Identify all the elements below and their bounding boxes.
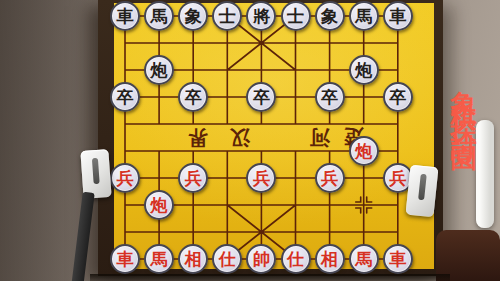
piece-red-車[interactable]: 車 (383, 244, 413, 274)
piece-black-炮[interactable]: 炮 (349, 55, 379, 85)
board-bottom-shadow (90, 274, 450, 281)
xiangqi-board[interactable]: 汉界 楚河 車馬象士將士象馬車炮炮卒卒卒卒卒炮兵兵兵兵兵炮車馬相仕帥仕相馬車 (114, 3, 434, 269)
piece-red-相[interactable]: 相 (178, 244, 208, 274)
piece-red-炮[interactable]: 炮 (144, 190, 174, 220)
piece-black-卒[interactable]: 卒 (383, 82, 413, 112)
piece-red-炮[interactable]: 炮 (349, 136, 379, 166)
stand-clamp-right (405, 165, 438, 218)
piece-red-兵[interactable]: 兵 (110, 163, 140, 193)
piece-red-兵[interactable]: 兵 (178, 163, 208, 193)
board-frame: 汉界 楚河 車馬象士將士象馬車炮炮卒卒卒卒卒炮兵兵兵兵兵炮車馬相仕帥仕相馬車 (98, 0, 443, 276)
piece-black-卒[interactable]: 卒 (315, 82, 345, 112)
piece-black-卒[interactable]: 卒 (178, 82, 208, 112)
scene: 汉界 楚河 車馬象士將士象馬車炮炮卒卒卒卒卒炮兵兵兵兵兵炮車馬相仕帥仕相馬車 象… (0, 0, 500, 281)
piece-black-象[interactable]: 象 (315, 1, 345, 31)
piece-black-車[interactable]: 車 (383, 1, 413, 31)
piece-red-仕[interactable]: 仕 (212, 244, 242, 274)
piece-black-卒[interactable]: 卒 (110, 82, 140, 112)
piece-black-馬[interactable]: 馬 (144, 1, 174, 31)
piece-black-士[interactable]: 士 (212, 1, 242, 31)
clamp-slot-icon (92, 158, 100, 184)
piece-black-炮[interactable]: 炮 (144, 55, 174, 85)
piece-red-車[interactable]: 車 (110, 244, 140, 274)
piece-black-士[interactable]: 士 (281, 1, 311, 31)
piece-red-相[interactable]: 相 (315, 244, 345, 274)
piece-red-兵[interactable]: 兵 (315, 163, 345, 193)
piece-red-兵[interactable]: 兵 (246, 163, 276, 193)
piece-black-車[interactable]: 車 (110, 1, 140, 31)
piece-black-象[interactable]: 象 (178, 1, 208, 31)
piece-black-將[interactable]: 將 (246, 1, 276, 31)
piece-red-馬[interactable]: 馬 (144, 244, 174, 274)
piece-red-帥[interactable]: 帥 (246, 244, 276, 274)
piece-layer: 車馬象士將士象馬車炮炮卒卒卒卒卒炮兵兵兵兵兵炮車馬相仕帥仕相馬車 (114, 3, 434, 269)
piece-red-仕[interactable]: 仕 (281, 244, 311, 274)
channel-watermark: 象棋探討園 (447, 70, 482, 281)
piece-black-馬[interactable]: 馬 (349, 1, 379, 31)
piece-black-卒[interactable]: 卒 (246, 82, 276, 112)
clamp-slot-icon (418, 174, 427, 200)
piece-red-馬[interactable]: 馬 (349, 244, 379, 274)
